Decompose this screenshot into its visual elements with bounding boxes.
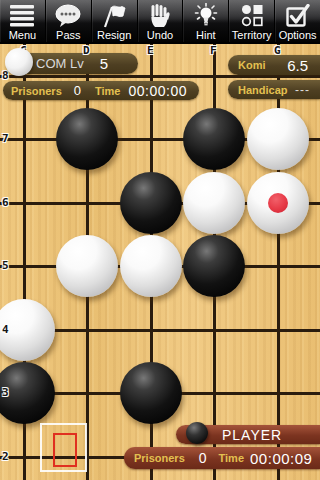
player-time-label: Time	[219, 452, 244, 464]
row-label-8: 8	[2, 70, 9, 82]
stone-white-D5	[56, 235, 118, 297]
player-prisoners-time-bar: Prisoners 0 Time 00:00:09	[124, 447, 320, 469]
komi-bar: Komi 6.5	[228, 55, 320, 75]
undo-hand-icon	[147, 3, 173, 28]
com-prisoners-label: Prisoners	[11, 85, 62, 97]
pass-button[interactable]: Pass	[46, 0, 92, 42]
menu-button[interactable]: Menu	[0, 0, 46, 42]
hint-lightbulb-icon	[193, 3, 219, 28]
options-checkbox-icon	[285, 3, 311, 28]
com-prisoners-value: 0	[74, 83, 81, 98]
player-prisoners-value: 0	[199, 450, 207, 466]
hint-button[interactable]: Hint	[183, 0, 229, 42]
stone-black-D7	[56, 108, 118, 170]
stone-black-E6	[120, 172, 182, 234]
pass-button-label: Pass	[56, 29, 80, 41]
stone-black-F5	[183, 235, 245, 297]
resign-button-label: Resign	[97, 29, 131, 41]
last-move-marker	[268, 193, 288, 213]
grid-hline-8	[0, 75, 320, 78]
com-white-stone-icon	[5, 48, 33, 76]
menu-button-label: Menu	[9, 29, 37, 41]
col-label-D: D	[83, 45, 90, 57]
menu-icon	[9, 3, 35, 28]
col-label-F: F	[210, 45, 217, 57]
com-time-value: 00:00:00	[128, 83, 187, 99]
territory-button[interactable]: Territory	[229, 0, 275, 42]
hint-button-label: Hint	[196, 29, 216, 41]
stone-black-F7	[183, 108, 245, 170]
app-screen: CDEFG8765432 COM Lv 5 Komi 6.5 Prisoners…	[0, 0, 320, 480]
handicap-label: Handicap	[238, 84, 288, 96]
resign-button[interactable]: Resign	[92, 0, 138, 42]
col-label-E: E	[147, 45, 154, 57]
row-label-4: 4	[2, 324, 9, 336]
row-label-6: 6	[2, 197, 9, 209]
player-label: PLAYER	[222, 427, 282, 443]
row-label-3: 3	[2, 387, 9, 399]
stone-white-G7	[247, 108, 309, 170]
player-prisoners-label: Prisoners	[134, 452, 185, 464]
go-board[interactable]: CDEFG8765432	[0, 44, 320, 480]
row-label-7: 7	[2, 133, 9, 145]
stone-white-G6	[247, 172, 309, 234]
options-button[interactable]: Options	[275, 0, 320, 42]
stone-white-E5	[120, 235, 182, 297]
resign-flag-icon	[101, 3, 127, 28]
stone-black-E3	[120, 362, 182, 424]
toolbar: Menu Pass Resign	[0, 0, 320, 44]
stone-white-F6	[183, 172, 245, 234]
territory-button-label: Territory	[232, 29, 272, 41]
com-prisoners-time-bar: Prisoners 0 Time 00:00:00	[3, 81, 199, 100]
col-label-G: G	[274, 45, 281, 57]
com-label: COM Lv	[36, 56, 84, 71]
com-time-label: Time	[95, 85, 120, 97]
player-black-stone-icon	[186, 422, 208, 444]
minimap-viewport	[53, 433, 77, 467]
row-label-2: 2	[2, 451, 9, 463]
komi-label: Komi	[238, 59, 266, 71]
komi-value: 6.5	[287, 57, 308, 74]
pass-speech-bubble-icon	[55, 3, 81, 28]
board-minimap	[40, 423, 87, 472]
options-button-label: Options	[279, 29, 317, 41]
territory-shapes-icon	[239, 3, 265, 28]
handicap-value: ---	[295, 83, 310, 97]
row-label-5: 5	[2, 260, 9, 272]
handicap-bar: Handicap ---	[228, 80, 320, 99]
com-level-value: 5	[100, 55, 108, 72]
undo-button[interactable]: Undo	[138, 0, 184, 42]
undo-button-label: Undo	[147, 29, 173, 41]
player-time-value: 00:00:09	[250, 450, 312, 467]
